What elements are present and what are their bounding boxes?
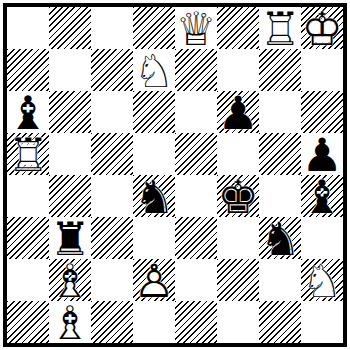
square-e2[interactable]: [175, 259, 217, 301]
square-f4[interactable]: ♚♚: [217, 175, 259, 217]
piece-black-pawn: ♟♟: [301, 133, 343, 175]
square-d5[interactable]: [133, 133, 175, 175]
square-f8[interactable]: [217, 7, 259, 49]
piece-black-bishop: ♝♝: [7, 91, 49, 133]
square-a6[interactable]: ♝♝: [7, 91, 49, 133]
square-d7[interactable]: ♞♘: [133, 49, 175, 91]
piece-white-rook: ♜♖: [7, 133, 49, 175]
piece-white-knight: ♞♘: [133, 49, 175, 91]
piece-black-bishop: ♝♝: [301, 175, 343, 217]
square-e1[interactable]: [175, 301, 217, 343]
square-f3[interactable]: [217, 217, 259, 259]
square-e5[interactable]: [175, 133, 217, 175]
square-a1[interactable]: [7, 301, 49, 343]
piece-black-pawn: ♟♟: [217, 91, 259, 133]
square-b2[interactable]: ♝♗: [49, 259, 91, 301]
chess-board: ♛♕♜♖♚♔♞♘♝♝♟♟♜♖♟♟♞♞♚♚♝♝♜♜♞♞♝♗♟♙♞♘♝♗: [7, 7, 343, 343]
piece-black-king: ♚♚: [217, 175, 259, 217]
square-b6[interactable]: [49, 91, 91, 133]
square-d4[interactable]: ♞♞: [133, 175, 175, 217]
piece-white-bishop: ♝♗: [49, 259, 91, 301]
square-h2[interactable]: ♞♘: [301, 259, 343, 301]
square-a7[interactable]: [7, 49, 49, 91]
piece-black-rook: ♜♜: [49, 217, 91, 259]
piece-black-knight: ♞♞: [259, 217, 301, 259]
square-a4[interactable]: [7, 175, 49, 217]
square-e6[interactable]: [175, 91, 217, 133]
square-d3[interactable]: [133, 217, 175, 259]
square-c1[interactable]: [91, 301, 133, 343]
square-g2[interactable]: [259, 259, 301, 301]
square-f1[interactable]: [217, 301, 259, 343]
piece-white-queen: ♛♕: [175, 7, 217, 49]
piece-white-king: ♚♔: [301, 7, 343, 49]
square-c7[interactable]: [91, 49, 133, 91]
square-b1[interactable]: ♝♗: [49, 301, 91, 343]
square-g4[interactable]: [259, 175, 301, 217]
square-c5[interactable]: [91, 133, 133, 175]
square-g8[interactable]: ♜♖: [259, 7, 301, 49]
piece-white-pawn: ♟♙: [133, 259, 175, 301]
square-e4[interactable]: [175, 175, 217, 217]
square-g1[interactable]: [259, 301, 301, 343]
square-b8[interactable]: [49, 7, 91, 49]
square-d6[interactable]: [133, 91, 175, 133]
square-e8[interactable]: ♛♕: [175, 7, 217, 49]
square-h4[interactable]: ♝♝: [301, 175, 343, 217]
square-f2[interactable]: [217, 259, 259, 301]
square-f7[interactable]: [217, 49, 259, 91]
square-b3[interactable]: ♜♜: [49, 217, 91, 259]
square-h1[interactable]: [301, 301, 343, 343]
square-c4[interactable]: [91, 175, 133, 217]
square-c8[interactable]: [91, 7, 133, 49]
piece-black-knight: ♞♞: [133, 175, 175, 217]
square-b7[interactable]: [49, 49, 91, 91]
square-a3[interactable]: [7, 217, 49, 259]
square-d1[interactable]: [133, 301, 175, 343]
square-g6[interactable]: [259, 91, 301, 133]
square-d8[interactable]: [133, 7, 175, 49]
square-d2[interactable]: ♟♙: [133, 259, 175, 301]
square-g5[interactable]: [259, 133, 301, 175]
square-c2[interactable]: [91, 259, 133, 301]
square-h8[interactable]: ♚♔: [301, 7, 343, 49]
square-h7[interactable]: [301, 49, 343, 91]
piece-white-bishop: ♝♗: [49, 301, 91, 343]
square-a5[interactable]: ♜♖: [7, 133, 49, 175]
square-b4[interactable]: [49, 175, 91, 217]
square-h3[interactable]: [301, 217, 343, 259]
square-c3[interactable]: [91, 217, 133, 259]
piece-white-rook: ♜♖: [259, 7, 301, 49]
board-frame: ♛♕♜♖♚♔♞♘♝♝♟♟♜♖♟♟♞♞♚♚♝♝♜♜♞♞♝♗♟♙♞♘♝♗: [3, 3, 347, 347]
square-b5[interactable]: [49, 133, 91, 175]
square-e7[interactable]: [175, 49, 217, 91]
square-a2[interactable]: [7, 259, 49, 301]
chess-diagram-page: ♛♕♜♖♚♔♞♘♝♝♟♟♜♖♟♟♞♞♚♚♝♝♜♜♞♞♝♗♟♙♞♘♝♗: [0, 0, 350, 350]
square-g3[interactable]: ♞♞: [259, 217, 301, 259]
square-f6[interactable]: ♟♟: [217, 91, 259, 133]
square-c6[interactable]: [91, 91, 133, 133]
square-h6[interactable]: [301, 91, 343, 133]
square-g7[interactable]: [259, 49, 301, 91]
square-e3[interactable]: [175, 217, 217, 259]
square-f5[interactable]: [217, 133, 259, 175]
piece-white-knight: ♞♘: [301, 259, 343, 301]
square-h5[interactable]: ♟♟: [301, 133, 343, 175]
square-a8[interactable]: [7, 7, 49, 49]
